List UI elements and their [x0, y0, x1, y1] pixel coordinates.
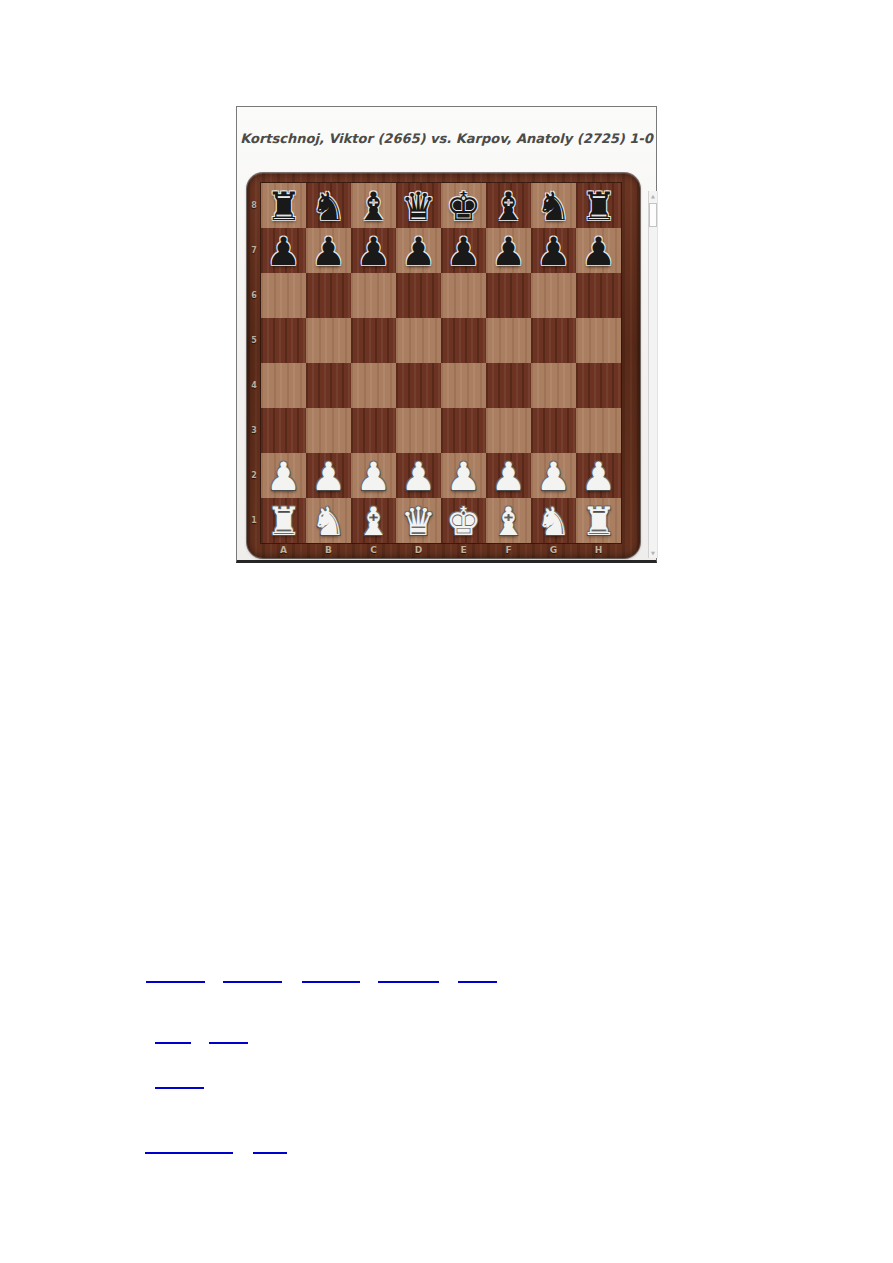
square-a4: [261, 363, 306, 408]
empty-link-5[interactable]: [458, 968, 497, 983]
square-f5: [486, 318, 531, 363]
square-d1: ♛: [396, 498, 441, 543]
file-label-h: H: [576, 545, 621, 555]
square-g7: ♟: [531, 228, 576, 273]
white-queen-d1: ♛: [396, 498, 441, 543]
square-a3: [261, 408, 306, 453]
white-rook-a1: ♜: [261, 498, 306, 543]
square-c2: ♟: [351, 453, 396, 498]
square-b2: ♟: [306, 453, 351, 498]
rank-label-3: 3: [248, 426, 260, 435]
file-label-e: E: [441, 545, 486, 555]
black-rook-h8: ♜: [576, 183, 621, 228]
black-queen-d8: ♛: [396, 183, 441, 228]
square-f8: ♝: [486, 183, 531, 228]
square-d5: [396, 318, 441, 363]
empty-link-4[interactable]: [378, 968, 439, 983]
rank-label-2: 2: [248, 471, 260, 480]
white-king-e1: ♚: [441, 498, 486, 543]
black-king-e8: ♚: [441, 183, 486, 228]
scrollbar-thumb[interactable]: [649, 203, 657, 227]
empty-link-2[interactable]: [223, 968, 282, 983]
black-pawn-d7: ♟: [396, 228, 441, 273]
square-b8: ♞: [306, 183, 351, 228]
page: { "game": "chess", "header": { "title": …: [0, 0, 893, 1263]
square-e3: [441, 408, 486, 453]
file-label-c: C: [351, 545, 396, 555]
black-bishop-f8: ♝: [486, 183, 531, 228]
white-pawn-c2: ♟: [351, 453, 396, 498]
white-knight-g1: ♞: [531, 498, 576, 543]
black-knight-b8: ♞: [306, 183, 351, 228]
square-f3: [486, 408, 531, 453]
black-pawn-h7: ♟: [576, 228, 621, 273]
white-pawn-d2: ♟: [396, 453, 441, 498]
square-e4: [441, 363, 486, 408]
square-d3: [396, 408, 441, 453]
scroll-down-icon[interactable]: ▼: [649, 549, 657, 557]
square-e6: [441, 273, 486, 318]
rank-label-4: 4: [248, 381, 260, 390]
square-h2: ♟: [576, 453, 621, 498]
black-pawn-b7: ♟: [306, 228, 351, 273]
white-bishop-c1: ♝: [351, 498, 396, 543]
white-pawn-f2: ♟: [486, 453, 531, 498]
square-c4: [351, 363, 396, 408]
empty-link-10[interactable]: [253, 1139, 287, 1154]
rank-label-1: 1: [248, 516, 260, 525]
file-label-a: A: [261, 545, 306, 555]
square-g3: [531, 408, 576, 453]
square-h7: ♟: [576, 228, 621, 273]
empty-link-9[interactable]: [145, 1139, 233, 1154]
square-e7: ♟: [441, 228, 486, 273]
white-pawn-a2: ♟: [261, 453, 306, 498]
file-label-d: D: [396, 545, 441, 555]
square-g4: [531, 363, 576, 408]
square-h1: ♜: [576, 498, 621, 543]
file-label-b: B: [306, 545, 351, 555]
square-b6: [306, 273, 351, 318]
square-f7: ♟: [486, 228, 531, 273]
square-c8: ♝: [351, 183, 396, 228]
white-rook-h1: ♜: [576, 498, 621, 543]
black-pawn-g7: ♟: [531, 228, 576, 273]
square-d7: ♟: [396, 228, 441, 273]
white-pawn-b2: ♟: [306, 453, 351, 498]
white-pawn-e2: ♟: [441, 453, 486, 498]
black-pawn-a7: ♟: [261, 228, 306, 273]
square-a1: ♜: [261, 498, 306, 543]
square-f4: [486, 363, 531, 408]
square-a7: ♟: [261, 228, 306, 273]
square-d6: [396, 273, 441, 318]
black-bishop-c8: ♝: [351, 183, 396, 228]
black-pawn-e7: ♟: [441, 228, 486, 273]
square-g6: [531, 273, 576, 318]
chess-board: ♜♞♝♛♚♝♞♜♟♟♟♟♟♟♟♟♟♟♟♟♟♟♟♟♜♞♝♛♚♝♞♜: [261, 183, 621, 543]
square-g8: ♞: [531, 183, 576, 228]
black-pawn-f7: ♟: [486, 228, 531, 273]
scroll-up-icon[interactable]: ▲: [649, 192, 657, 200]
square-e5: [441, 318, 486, 363]
board-frame: ♜♞♝♛♚♝♞♜♟♟♟♟♟♟♟♟♟♟♟♟♟♟♟♟♜♞♝♛♚♝♞♜ 8765432…: [247, 173, 640, 558]
file-label-f: F: [486, 545, 531, 555]
white-bishop-f1: ♝: [486, 498, 531, 543]
empty-link-8[interactable]: [155, 1074, 204, 1089]
square-f6: [486, 273, 531, 318]
square-b1: ♞: [306, 498, 351, 543]
square-f2: ♟: [486, 453, 531, 498]
rank-label-6: 6: [248, 291, 260, 300]
square-g2: ♟: [531, 453, 576, 498]
rank-label-8: 8: [248, 201, 260, 210]
square-h6: [576, 273, 621, 318]
pgn-viewer-widget: Kortschnoj, Viktor (2665) vs. Karpov, An…: [236, 106, 657, 563]
black-rook-a8: ♜: [261, 183, 306, 228]
white-knight-b1: ♞: [306, 498, 351, 543]
empty-link-6[interactable]: [155, 1029, 191, 1044]
square-c3: [351, 408, 396, 453]
white-pawn-g2: ♟: [531, 453, 576, 498]
square-h8: ♜: [576, 183, 621, 228]
square-h4: [576, 363, 621, 408]
square-c6: [351, 273, 396, 318]
square-b3: [306, 408, 351, 453]
empty-link-1[interactable]: [146, 968, 205, 983]
rank-label-7: 7: [248, 246, 260, 255]
square-g5: [531, 318, 576, 363]
square-h5: [576, 318, 621, 363]
square-e8: ♚: [441, 183, 486, 228]
square-a2: ♟: [261, 453, 306, 498]
square-c1: ♝: [351, 498, 396, 543]
square-d8: ♛: [396, 183, 441, 228]
file-label-g: G: [531, 545, 576, 555]
square-b7: ♟: [306, 228, 351, 273]
empty-link-7[interactable]: [209, 1029, 248, 1044]
square-g1: ♞: [531, 498, 576, 543]
square-e1: ♚: [441, 498, 486, 543]
game-title: Kortschnoj, Viktor (2665) vs. Karpov, An…: [237, 131, 656, 146]
square-f1: ♝: [486, 498, 531, 543]
black-pawn-c7: ♟: [351, 228, 396, 273]
square-d4: [396, 363, 441, 408]
white-pawn-h2: ♟: [576, 453, 621, 498]
square-h3: [576, 408, 621, 453]
square-c7: ♟: [351, 228, 396, 273]
black-knight-g8: ♞: [531, 183, 576, 228]
square-e2: ♟: [441, 453, 486, 498]
rank-label-5: 5: [248, 336, 260, 345]
square-a8: ♜: [261, 183, 306, 228]
movelist-scrollbar[interactable]: ▲ ▼: [648, 191, 658, 558]
square-b5: [306, 318, 351, 363]
square-d2: ♟: [396, 453, 441, 498]
empty-link-3[interactable]: [302, 968, 360, 983]
square-a6: [261, 273, 306, 318]
square-b4: [306, 363, 351, 408]
square-a5: [261, 318, 306, 363]
square-c5: [351, 318, 396, 363]
